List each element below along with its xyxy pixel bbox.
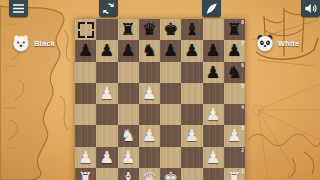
piece-black-rook[interactable]: ♜ [227, 19, 242, 40]
piece-black-knight[interactable]: ♞ [142, 40, 157, 61]
square-e4[interactable] [160, 104, 181, 125]
piece-white-pawn[interactable]: ♟ [121, 147, 136, 168]
square-c4[interactable] [118, 104, 139, 125]
game-screen: Black White ♜♛♚♝8♜♟♟♟♞♟♟♟7♟♟6♞♟♟5♟4♞♟♟3♟… [0, 0, 320, 180]
square-f7[interactable]: ♟ [181, 40, 202, 61]
piece-white-pawn[interactable]: ♟ [142, 83, 157, 104]
square-d3[interactable]: ♟ [139, 125, 160, 146]
square-d8[interactable]: ♛ [139, 19, 160, 40]
square-d5[interactable]: ♟ [139, 83, 160, 104]
square-e8[interactable]: ♚ [160, 19, 181, 40]
square-f2[interactable] [181, 147, 202, 168]
square-h4[interactable]: 4 [224, 104, 245, 125]
square-e5[interactable] [160, 83, 181, 104]
square-a2[interactable]: ♟ [75, 147, 96, 168]
rank-label: 5 [241, 83, 244, 89]
piece-black-bishop[interactable]: ♝ [184, 19, 199, 40]
square-f1[interactable] [181, 168, 202, 180]
piece-white-rook[interactable]: ♜ [78, 168, 93, 180]
piece-white-king[interactable]: ♚ [163, 168, 178, 180]
piece-black-pawn[interactable]: ♟ [121, 40, 136, 61]
piece-white-pawn[interactable]: ♟ [78, 147, 93, 168]
piece-white-pawn[interactable]: ♟ [184, 125, 199, 146]
piece-black-rook[interactable]: ♜ [121, 19, 136, 40]
square-g4[interactable]: ♟ [203, 104, 224, 125]
piece-white-knight[interactable]: ♞ [121, 125, 136, 146]
menu-icon [12, 3, 25, 14]
piece-black-pawn[interactable]: ♟ [99, 40, 114, 61]
square-a7[interactable]: ♟ [75, 40, 96, 61]
square-f4[interactable] [181, 104, 202, 125]
square-b7[interactable]: ♟ [96, 40, 117, 61]
square-g7[interactable]: ♟ [203, 40, 224, 61]
rank-label: 6 [241, 62, 244, 68]
square-f3[interactable]: ♟ [181, 125, 202, 146]
sound-icon [304, 2, 317, 15]
piece-white-pawn[interactable]: ♟ [206, 104, 221, 125]
rank-label: 1 [241, 168, 244, 174]
square-h3[interactable]: 3♟ [224, 125, 245, 146]
square-g6[interactable]: ♟ [203, 62, 224, 83]
square-h5[interactable]: 5 [224, 83, 245, 104]
piece-black-pawn[interactable]: ♟ [206, 62, 221, 83]
square-b1[interactable] [96, 168, 117, 180]
piece-white-pawn[interactable]: ♟ [142, 125, 157, 146]
square-e2[interactable] [160, 147, 181, 168]
flip-board-icon [102, 2, 115, 15]
square-e7[interactable]: ♟ [160, 40, 181, 61]
piece-black-pawn[interactable]: ♟ [78, 40, 93, 61]
square-b3[interactable] [96, 125, 117, 146]
square-h7[interactable]: 7♟ [224, 40, 245, 61]
piece-white-bishop[interactable]: ♝ [121, 168, 136, 180]
piece-black-pawn[interactable]: ♟ [163, 40, 178, 61]
square-c7[interactable]: ♟ [118, 40, 139, 61]
piece-black-knight[interactable]: ♞ [227, 62, 242, 83]
piece-black-king[interactable]: ♚ [163, 19, 178, 40]
square-g3[interactable] [203, 125, 224, 146]
square-b6[interactable] [96, 62, 117, 83]
piece-black-pawn[interactable]: ♟ [184, 40, 199, 61]
square-d2[interactable] [139, 147, 160, 168]
white-player-plate: White [256, 34, 299, 52]
square-h6[interactable]: 6♞ [224, 62, 245, 83]
square-f5[interactable] [181, 83, 202, 104]
square-g8[interactable] [203, 19, 224, 40]
chess-board: ♜♛♚♝8♜♟♟♟♞♟♟♟7♟♟6♞♟♟5♟4♞♟♟3♟♟♟♟♟2♜♝♛♚1♜ [75, 19, 245, 180]
square-e3[interactable] [160, 125, 181, 146]
rank-label: 7 [241, 40, 244, 46]
square-a5[interactable] [75, 83, 96, 104]
rank-label: 3 [241, 125, 244, 131]
square-d7[interactable]: ♞ [139, 40, 160, 61]
piece-white-pawn[interactable]: ♟ [227, 125, 242, 146]
piece-white-pawn[interactable]: ♟ [99, 147, 114, 168]
feather-button[interactable] [202, 0, 221, 17]
piece-black-pawn[interactable]: ♟ [206, 40, 221, 61]
square-g2[interactable]: ♟ [203, 147, 224, 168]
panda-avatar [256, 34, 274, 52]
square-b2[interactable]: ♟ [96, 147, 117, 168]
square-b8[interactable] [96, 19, 117, 40]
square-e6[interactable] [160, 62, 181, 83]
square-e1[interactable]: ♚ [160, 168, 181, 180]
piece-white-pawn[interactable]: ♟ [206, 147, 221, 168]
rank-label: 8 [241, 19, 244, 25]
piece-white-pawn[interactable]: ♟ [99, 83, 114, 104]
square-h8[interactable]: 8♜ [224, 19, 245, 40]
polar-bear-avatar [12, 34, 30, 52]
piece-white-rook[interactable]: ♜ [227, 168, 242, 180]
square-a4[interactable] [75, 104, 96, 125]
piece-black-pawn[interactable]: ♟ [227, 40, 242, 61]
square-f8[interactable]: ♝ [181, 19, 202, 40]
square-b4[interactable] [96, 104, 117, 125]
square-c6[interactable] [118, 62, 139, 83]
black-player-label: Black [34, 39, 55, 48]
rank-label: 4 [241, 104, 244, 110]
square-a3[interactable] [75, 125, 96, 146]
square-g5[interactable] [203, 83, 224, 104]
square-b5[interactable]: ♟ [96, 83, 117, 104]
square-d1[interactable]: ♛ [139, 168, 160, 180]
square-c2[interactable]: ♟ [118, 147, 139, 168]
square-c3[interactable]: ♞ [118, 125, 139, 146]
feather-icon [205, 2, 218, 15]
square-a8[interactable] [75, 19, 96, 40]
rank-label: 2 [241, 147, 244, 153]
square-h2[interactable]: 2 [224, 147, 245, 168]
piece-white-queen[interactable]: ♛ [142, 168, 157, 180]
square-h1[interactable]: 1♜ [224, 168, 245, 180]
square-g1[interactable] [203, 168, 224, 180]
sound-button[interactable] [301, 0, 320, 17]
square-a6[interactable] [75, 62, 96, 83]
selected-square-marker [78, 22, 94, 38]
square-d6[interactable] [139, 62, 160, 83]
piece-black-queen[interactable]: ♛ [142, 19, 157, 40]
flip-board-button[interactable] [99, 0, 118, 17]
square-c5[interactable] [118, 83, 139, 104]
square-d4[interactable] [139, 104, 160, 125]
menu-button[interactable] [9, 0, 28, 17]
square-c1[interactable]: ♝ [118, 168, 139, 180]
square-a1[interactable]: ♜ [75, 168, 96, 180]
white-player-label: White [278, 39, 299, 48]
square-c8[interactable]: ♜ [118, 19, 139, 40]
square-f6[interactable] [181, 62, 202, 83]
black-player-plate: Black [12, 34, 55, 52]
